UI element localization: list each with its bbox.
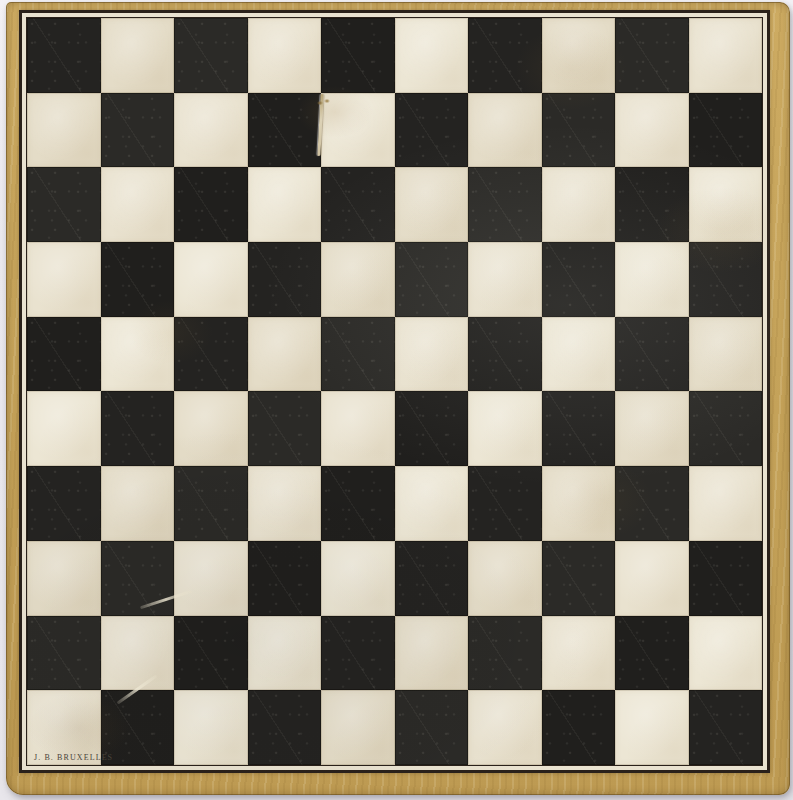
square-f6[interactable] bbox=[395, 317, 469, 392]
square-g8[interactable] bbox=[468, 167, 542, 242]
square-b3[interactable] bbox=[101, 541, 175, 616]
square-j10[interactable] bbox=[689, 18, 763, 93]
square-j9[interactable] bbox=[689, 93, 763, 168]
square-d2[interactable] bbox=[248, 616, 322, 691]
square-c8[interactable] bbox=[174, 167, 248, 242]
square-b10[interactable] bbox=[101, 18, 175, 93]
square-a5[interactable] bbox=[27, 391, 101, 466]
square-a4[interactable] bbox=[27, 466, 101, 541]
square-i9[interactable] bbox=[615, 93, 689, 168]
square-g4[interactable] bbox=[468, 466, 542, 541]
square-b8[interactable] bbox=[101, 167, 175, 242]
square-i7[interactable] bbox=[615, 242, 689, 317]
square-i2[interactable] bbox=[615, 616, 689, 691]
square-d8[interactable] bbox=[248, 167, 322, 242]
square-h8[interactable] bbox=[542, 167, 616, 242]
square-f9[interactable] bbox=[395, 93, 469, 168]
square-d10[interactable] bbox=[248, 18, 322, 93]
square-a10[interactable] bbox=[27, 18, 101, 93]
square-d6[interactable] bbox=[248, 317, 322, 392]
square-j7[interactable] bbox=[689, 242, 763, 317]
square-c4[interactable] bbox=[174, 466, 248, 541]
square-i10[interactable] bbox=[615, 18, 689, 93]
square-h9[interactable] bbox=[542, 93, 616, 168]
square-i1[interactable] bbox=[615, 690, 689, 765]
border-rule-inner bbox=[26, 17, 763, 766]
square-d1[interactable] bbox=[248, 690, 322, 765]
square-d7[interactable] bbox=[248, 242, 322, 317]
square-g3[interactable] bbox=[468, 541, 542, 616]
square-a3[interactable] bbox=[27, 541, 101, 616]
square-h2[interactable] bbox=[542, 616, 616, 691]
square-i3[interactable] bbox=[615, 541, 689, 616]
square-b5[interactable] bbox=[101, 391, 175, 466]
square-a6[interactable] bbox=[27, 317, 101, 392]
square-f4[interactable] bbox=[395, 466, 469, 541]
square-j1[interactable] bbox=[689, 690, 763, 765]
square-b9[interactable] bbox=[101, 93, 175, 168]
square-f10[interactable] bbox=[395, 18, 469, 93]
square-j5[interactable] bbox=[689, 391, 763, 466]
square-c9[interactable] bbox=[174, 93, 248, 168]
square-b2[interactable] bbox=[101, 616, 175, 691]
square-j4[interactable] bbox=[689, 466, 763, 541]
board-grid bbox=[27, 18, 762, 765]
square-d3[interactable] bbox=[248, 541, 322, 616]
square-e6[interactable] bbox=[321, 317, 395, 392]
square-b7[interactable] bbox=[101, 242, 175, 317]
square-b6[interactable] bbox=[101, 317, 175, 392]
square-c10[interactable] bbox=[174, 18, 248, 93]
square-e9[interactable] bbox=[321, 93, 395, 168]
square-c1[interactable] bbox=[174, 690, 248, 765]
maker-mark-text: J. B. BRUXELLES bbox=[34, 754, 113, 762]
square-j6[interactable] bbox=[689, 317, 763, 392]
square-c6[interactable] bbox=[174, 317, 248, 392]
square-h10[interactable] bbox=[542, 18, 616, 93]
square-h1[interactable] bbox=[542, 690, 616, 765]
square-a7[interactable] bbox=[27, 242, 101, 317]
square-i5[interactable] bbox=[615, 391, 689, 466]
square-d4[interactable] bbox=[248, 466, 322, 541]
board-photo: J. B. BRUXELLES bbox=[0, 0, 793, 800]
square-g2[interactable] bbox=[468, 616, 542, 691]
square-g5[interactable] bbox=[468, 391, 542, 466]
square-e2[interactable] bbox=[321, 616, 395, 691]
square-e4[interactable] bbox=[321, 466, 395, 541]
square-h3[interactable] bbox=[542, 541, 616, 616]
square-a8[interactable] bbox=[27, 167, 101, 242]
square-g7[interactable] bbox=[468, 242, 542, 317]
square-f3[interactable] bbox=[395, 541, 469, 616]
square-c7[interactable] bbox=[174, 242, 248, 317]
square-h4[interactable] bbox=[542, 466, 616, 541]
border-rule-outer bbox=[19, 10, 770, 773]
square-h7[interactable] bbox=[542, 242, 616, 317]
square-e7[interactable] bbox=[321, 242, 395, 317]
square-e10[interactable] bbox=[321, 18, 395, 93]
square-e3[interactable] bbox=[321, 541, 395, 616]
square-b4[interactable] bbox=[101, 466, 175, 541]
square-a2[interactable] bbox=[27, 616, 101, 691]
square-f8[interactable] bbox=[395, 167, 469, 242]
square-c5[interactable] bbox=[174, 391, 248, 466]
square-j3[interactable] bbox=[689, 541, 763, 616]
square-j2[interactable] bbox=[689, 616, 763, 691]
square-d9[interactable] bbox=[248, 93, 322, 168]
square-g1[interactable] bbox=[468, 690, 542, 765]
square-f2[interactable] bbox=[395, 616, 469, 691]
square-a9[interactable] bbox=[27, 93, 101, 168]
square-g6[interactable] bbox=[468, 317, 542, 392]
square-d5[interactable] bbox=[248, 391, 322, 466]
square-h5[interactable] bbox=[542, 391, 616, 466]
square-j8[interactable] bbox=[689, 167, 763, 242]
square-c3[interactable] bbox=[174, 541, 248, 616]
square-g10[interactable] bbox=[468, 18, 542, 93]
square-i6[interactable] bbox=[615, 317, 689, 392]
square-e1[interactable] bbox=[321, 690, 395, 765]
square-e5[interactable] bbox=[321, 391, 395, 466]
square-f5[interactable] bbox=[395, 391, 469, 466]
square-e8[interactable] bbox=[321, 167, 395, 242]
square-h6[interactable] bbox=[542, 317, 616, 392]
square-f1[interactable] bbox=[395, 690, 469, 765]
square-i4[interactable] bbox=[615, 466, 689, 541]
game-board: J. B. BRUXELLES bbox=[6, 2, 790, 795]
square-f7[interactable] bbox=[395, 242, 469, 317]
board-face: J. B. BRUXELLES bbox=[19, 10, 770, 773]
square-c2[interactable] bbox=[174, 616, 248, 691]
square-i8[interactable] bbox=[615, 167, 689, 242]
square-g9[interactable] bbox=[468, 93, 542, 168]
